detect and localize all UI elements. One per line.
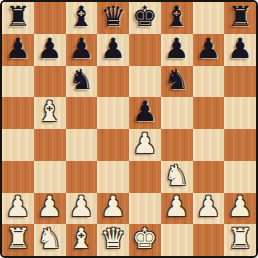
square-g3[interactable]	[193, 161, 225, 193]
square-f2[interactable]: ♟	[161, 193, 193, 225]
white-queen[interactable]: ♛	[101, 225, 126, 253]
black-pawn[interactable]: ♟	[164, 35, 189, 63]
square-e5[interactable]: ♟	[129, 97, 161, 129]
square-c7[interactable]: ♟	[66, 34, 98, 66]
square-c5[interactable]	[66, 97, 98, 129]
square-a4[interactable]	[2, 129, 34, 161]
square-a5[interactable]	[2, 97, 34, 129]
square-e6[interactable]	[129, 66, 161, 98]
white-pawn[interactable]: ♟	[101, 193, 126, 221]
square-d6[interactable]	[97, 66, 129, 98]
square-f1[interactable]	[161, 224, 193, 256]
square-b8[interactable]	[34, 2, 66, 34]
square-c3[interactable]	[66, 161, 98, 193]
white-pawn[interactable]: ♟	[5, 193, 30, 221]
square-g5[interactable]	[193, 97, 225, 129]
square-f5[interactable]	[161, 97, 193, 129]
black-pawn[interactable]: ♟	[132, 98, 157, 126]
black-knight[interactable]: ♞	[164, 66, 189, 94]
square-e8[interactable]: ♚	[129, 2, 161, 34]
square-a7[interactable]: ♟	[2, 34, 34, 66]
square-e7[interactable]	[129, 34, 161, 66]
square-g6[interactable]	[193, 66, 225, 98]
square-b5[interactable]: ♝	[34, 97, 66, 129]
square-h7[interactable]: ♟	[224, 34, 256, 66]
white-pawn[interactable]: ♟	[164, 193, 189, 221]
white-pawn[interactable]: ♟	[228, 193, 253, 221]
white-pawn[interactable]: ♟	[196, 193, 221, 221]
white-knight[interactable]: ♞	[37, 225, 62, 253]
white-bishop[interactable]: ♝	[37, 98, 62, 126]
square-h2[interactable]: ♟	[224, 193, 256, 225]
black-rook[interactable]: ♜	[228, 3, 253, 31]
square-d5[interactable]	[97, 97, 129, 129]
white-knight[interactable]: ♞	[164, 162, 189, 190]
white-rook[interactable]: ♜	[228, 225, 253, 253]
square-b3[interactable]	[34, 161, 66, 193]
square-f8[interactable]: ♝	[161, 2, 193, 34]
square-e2[interactable]	[129, 193, 161, 225]
black-queen[interactable]: ♛	[101, 3, 126, 31]
square-f7[interactable]: ♟	[161, 34, 193, 66]
square-c6[interactable]: ♞	[66, 66, 98, 98]
square-d7[interactable]: ♟	[97, 34, 129, 66]
black-king[interactable]: ♚	[132, 3, 157, 31]
square-g7[interactable]: ♟	[193, 34, 225, 66]
square-h1[interactable]: ♜	[224, 224, 256, 256]
square-e3[interactable]	[129, 161, 161, 193]
square-c4[interactable]	[66, 129, 98, 161]
square-f4[interactable]	[161, 129, 193, 161]
square-b2[interactable]: ♟	[34, 193, 66, 225]
square-d4[interactable]	[97, 129, 129, 161]
board-grid: ♜♝♛♚♝♜♟♟♟♟♟♟♟♞♞♝♟♟♞♟♟♟♟♟♟♟♜♞♝♛♚♜	[2, 2, 256, 256]
square-g4[interactable]	[193, 129, 225, 161]
square-h8[interactable]: ♜	[224, 2, 256, 34]
black-pawn[interactable]: ♟	[37, 35, 62, 63]
square-c8[interactable]: ♝	[66, 2, 98, 34]
white-rook[interactable]: ♜	[5, 225, 30, 253]
square-d2[interactable]: ♟	[97, 193, 129, 225]
square-g2[interactable]: ♟	[193, 193, 225, 225]
black-pawn[interactable]: ♟	[5, 35, 30, 63]
square-h4[interactable]	[224, 129, 256, 161]
square-f3[interactable]: ♞	[161, 161, 193, 193]
square-a2[interactable]: ♟	[2, 193, 34, 225]
chess-board: ♜♝♛♚♝♜♟♟♟♟♟♟♟♞♞♝♟♟♞♟♟♟♟♟♟♟♜♞♝♛♚♜	[0, 0, 258, 258]
black-pawn[interactable]: ♟	[101, 35, 126, 63]
square-a6[interactable]	[2, 66, 34, 98]
black-rook[interactable]: ♜	[5, 3, 30, 31]
square-e4[interactable]: ♟	[129, 129, 161, 161]
square-f6[interactable]: ♞	[161, 66, 193, 98]
black-bishop[interactable]: ♝	[69, 3, 94, 31]
square-b4[interactable]	[34, 129, 66, 161]
square-h6[interactable]	[224, 66, 256, 98]
square-c2[interactable]: ♟	[66, 193, 98, 225]
square-d1[interactable]: ♛	[97, 224, 129, 256]
square-c1[interactable]: ♝	[66, 224, 98, 256]
black-pawn[interactable]: ♟	[228, 35, 253, 63]
square-d3[interactable]	[97, 161, 129, 193]
square-b6[interactable]	[34, 66, 66, 98]
square-h3[interactable]	[224, 161, 256, 193]
square-b1[interactable]: ♞	[34, 224, 66, 256]
square-a3[interactable]	[2, 161, 34, 193]
black-pawn[interactable]: ♟	[196, 35, 221, 63]
square-h5[interactable]	[224, 97, 256, 129]
square-a1[interactable]: ♜	[2, 224, 34, 256]
square-b7[interactable]: ♟	[34, 34, 66, 66]
square-g1[interactable]	[193, 224, 225, 256]
white-pawn[interactable]: ♟	[69, 193, 94, 221]
white-bishop[interactable]: ♝	[69, 225, 94, 253]
square-d8[interactable]: ♛	[97, 2, 129, 34]
black-pawn[interactable]: ♟	[69, 35, 94, 63]
square-a8[interactable]: ♜	[2, 2, 34, 34]
white-pawn[interactable]: ♟	[37, 193, 62, 221]
white-pawn[interactable]: ♟	[132, 130, 157, 158]
black-knight[interactable]: ♞	[69, 66, 94, 94]
square-e1[interactable]: ♚	[129, 224, 161, 256]
black-bishop[interactable]: ♝	[164, 3, 189, 31]
white-king[interactable]: ♚	[132, 225, 157, 253]
square-g8[interactable]	[193, 2, 225, 34]
